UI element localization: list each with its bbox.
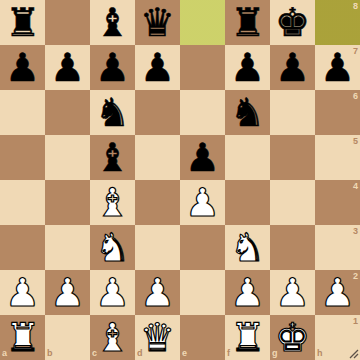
square-g8[interactable]: ♚	[270, 0, 315, 45]
piece-white-bishop[interactable]: ♝	[95, 315, 130, 360]
square-h3[interactable]: 3	[315, 225, 360, 270]
square-a1[interactable]: ♜a	[0, 315, 45, 360]
square-g4[interactable]	[270, 180, 315, 225]
square-d7[interactable]: ♟	[135, 45, 180, 90]
piece-black-pawn[interactable]: ♟	[95, 45, 130, 90]
square-g5[interactable]	[270, 135, 315, 180]
square-h2[interactable]: ♟2	[315, 270, 360, 315]
square-a6[interactable]	[0, 90, 45, 135]
square-h5[interactable]: 5	[315, 135, 360, 180]
piece-white-pawn[interactable]: ♟	[50, 270, 85, 315]
piece-white-rook[interactable]: ♜	[5, 315, 40, 360]
square-a5[interactable]	[0, 135, 45, 180]
square-e1[interactable]: e	[180, 315, 225, 360]
piece-white-pawn[interactable]: ♟	[320, 270, 355, 315]
piece-black-rook[interactable]: ♜	[5, 0, 40, 45]
square-e5[interactable]: ♟	[180, 135, 225, 180]
piece-black-knight[interactable]: ♞	[95, 90, 130, 135]
coord-rank-4: 4	[353, 182, 358, 191]
square-h7[interactable]: ♟7	[315, 45, 360, 90]
coord-rank-6: 6	[353, 92, 358, 101]
piece-white-pawn[interactable]: ♟	[230, 270, 265, 315]
piece-white-pawn[interactable]: ♟	[5, 270, 40, 315]
square-d5[interactable]	[135, 135, 180, 180]
square-h6[interactable]: 6	[315, 90, 360, 135]
square-c2[interactable]: ♟	[90, 270, 135, 315]
square-h1[interactable]: 1h	[315, 315, 360, 360]
piece-black-pawn[interactable]: ♟	[140, 45, 175, 90]
coord-rank-1: 1	[353, 317, 358, 326]
square-b3[interactable]	[45, 225, 90, 270]
square-b1[interactable]: b	[45, 315, 90, 360]
square-c1[interactable]: ♝c	[90, 315, 135, 360]
resize-handle-icon[interactable]	[347, 347, 359, 359]
square-c4[interactable]: ♝	[90, 180, 135, 225]
piece-black-queen[interactable]: ♛	[140, 0, 175, 45]
coord-rank-5: 5	[353, 137, 358, 146]
square-a2[interactable]: ♟	[0, 270, 45, 315]
square-f8[interactable]: ♜	[225, 0, 270, 45]
piece-white-knight[interactable]: ♞	[95, 225, 130, 270]
square-b4[interactable]	[45, 180, 90, 225]
coord-file-h: h	[317, 349, 323, 358]
square-a8[interactable]: ♜	[0, 0, 45, 45]
square-g7[interactable]: ♟	[270, 45, 315, 90]
square-g3[interactable]	[270, 225, 315, 270]
square-d3[interactable]	[135, 225, 180, 270]
chess-board: ♜♝♛♜♚8♟♟♟♟♟♟♟7♞♞6♝♟5♝♟4♞♞3♟♟♟♟♟♟♟2♜ab♝c♛…	[0, 0, 360, 360]
piece-white-queen[interactable]: ♛	[140, 315, 175, 360]
coord-rank-8: 8	[353, 2, 358, 11]
square-g2[interactable]: ♟	[270, 270, 315, 315]
square-b5[interactable]	[45, 135, 90, 180]
square-a4[interactable]	[0, 180, 45, 225]
square-g6[interactable]	[270, 90, 315, 135]
square-d2[interactable]: ♟	[135, 270, 180, 315]
square-d6[interactable]	[135, 90, 180, 135]
square-h8[interactable]: 8	[315, 0, 360, 45]
square-c8[interactable]: ♝	[90, 0, 135, 45]
square-c7[interactable]: ♟	[90, 45, 135, 90]
square-a7[interactable]: ♟	[0, 45, 45, 90]
square-b7[interactable]: ♟	[45, 45, 90, 90]
piece-black-pawn[interactable]: ♟	[320, 45, 355, 90]
piece-white-pawn[interactable]: ♟	[95, 270, 130, 315]
piece-white-rook[interactable]: ♜	[230, 315, 265, 360]
piece-white-pawn[interactable]: ♟	[275, 270, 310, 315]
square-f1[interactable]: ♜f	[225, 315, 270, 360]
piece-black-knight[interactable]: ♞	[230, 90, 265, 135]
square-c3[interactable]: ♞	[90, 225, 135, 270]
square-g1[interactable]: ♚g	[270, 315, 315, 360]
piece-black-pawn[interactable]: ♟	[275, 45, 310, 90]
square-c6[interactable]: ♞	[90, 90, 135, 135]
square-f5[interactable]	[225, 135, 270, 180]
piece-black-pawn[interactable]: ♟	[185, 135, 220, 180]
piece-white-pawn[interactable]: ♟	[140, 270, 175, 315]
square-e3[interactable]	[180, 225, 225, 270]
piece-white-pawn[interactable]: ♟	[185, 180, 220, 225]
square-e8[interactable]	[180, 0, 225, 45]
piece-black-rook[interactable]: ♜	[230, 0, 265, 45]
square-e7[interactable]	[180, 45, 225, 90]
square-c5[interactable]: ♝	[90, 135, 135, 180]
square-f3[interactable]: ♞	[225, 225, 270, 270]
piece-black-bishop[interactable]: ♝	[95, 0, 130, 45]
square-e4[interactable]: ♟	[180, 180, 225, 225]
square-b2[interactable]: ♟	[45, 270, 90, 315]
coord-file-e: e	[182, 349, 187, 358]
piece-white-king[interactable]: ♚	[275, 315, 310, 360]
square-d8[interactable]: ♛	[135, 0, 180, 45]
square-f6[interactable]: ♞	[225, 90, 270, 135]
square-h4[interactable]: 4	[315, 180, 360, 225]
piece-black-pawn[interactable]: ♟	[50, 45, 85, 90]
square-e2[interactable]	[180, 270, 225, 315]
square-d1[interactable]: ♛d	[135, 315, 180, 360]
piece-black-pawn[interactable]: ♟	[230, 45, 265, 90]
coord-file-b: b	[47, 349, 53, 358]
square-e6[interactable]	[180, 90, 225, 135]
square-f4[interactable]	[225, 180, 270, 225]
square-b6[interactable]	[45, 90, 90, 135]
coord-rank-3: 3	[353, 227, 358, 236]
square-a3[interactable]	[0, 225, 45, 270]
square-b8[interactable]	[45, 0, 90, 45]
square-f7[interactable]: ♟	[225, 45, 270, 90]
piece-black-bishop[interactable]: ♝	[95, 135, 130, 180]
square-f2[interactable]: ♟	[225, 270, 270, 315]
piece-black-king[interactable]: ♚	[275, 0, 310, 45]
piece-white-knight[interactable]: ♞	[230, 225, 265, 270]
piece-white-bishop[interactable]: ♝	[95, 180, 130, 225]
piece-black-pawn[interactable]: ♟	[5, 45, 40, 90]
square-d4[interactable]	[135, 180, 180, 225]
